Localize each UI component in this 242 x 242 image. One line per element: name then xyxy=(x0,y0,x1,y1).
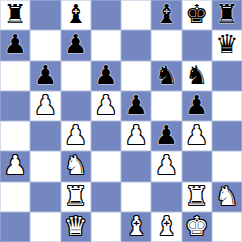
square-d6[interactable]: ♟ xyxy=(91,61,121,91)
square-b6[interactable]: ♟ xyxy=(30,61,60,91)
square-h2[interactable]: ♞ xyxy=(212,182,242,212)
black-bishop-icon: ♝ xyxy=(64,1,87,27)
square-h7[interactable]: ♛ xyxy=(212,30,242,60)
square-e1[interactable]: ♝ xyxy=(121,212,151,242)
square-a7[interactable]: ♟ xyxy=(0,30,30,60)
black-pawn-icon: ♟ xyxy=(34,62,57,88)
square-g4[interactable]: ♟ xyxy=(182,121,212,151)
square-e2[interactable] xyxy=(121,182,151,212)
square-f5[interactable] xyxy=(151,91,181,121)
square-f1[interactable]: ♝ xyxy=(151,212,181,242)
white-pawn-icon: ♟ xyxy=(34,92,57,118)
square-a4[interactable] xyxy=(0,121,30,151)
square-h3[interactable] xyxy=(212,151,242,181)
square-d8[interactable] xyxy=(91,0,121,30)
square-c1[interactable]: ♛ xyxy=(61,212,91,242)
black-rook-icon: ♜ xyxy=(215,1,238,27)
square-e6[interactable] xyxy=(121,61,151,91)
square-b1[interactable] xyxy=(30,212,60,242)
white-rook-icon: ♜ xyxy=(185,183,208,209)
white-rook-icon: ♜ xyxy=(64,183,87,209)
square-c8[interactable]: ♝ xyxy=(61,0,91,30)
black-knight-icon: ♞ xyxy=(155,62,178,88)
square-g5[interactable]: ♟ xyxy=(182,91,212,121)
black-pawn-icon: ♟ xyxy=(185,92,208,118)
black-queen-icon: ♛ xyxy=(215,31,238,57)
square-h6[interactable] xyxy=(212,61,242,91)
square-f3[interactable]: ♟ xyxy=(151,151,181,181)
square-e5[interactable]: ♟ xyxy=(121,91,151,121)
square-c2[interactable]: ♜ xyxy=(61,182,91,212)
square-g2[interactable]: ♜ xyxy=(182,182,212,212)
square-e3[interactable] xyxy=(121,151,151,181)
square-d4[interactable] xyxy=(91,121,121,151)
square-b5[interactable]: ♟ xyxy=(30,91,60,121)
square-g1[interactable]: ♚ xyxy=(182,212,212,242)
square-b4[interactable] xyxy=(30,121,60,151)
black-bishop-icon: ♝ xyxy=(155,1,178,27)
square-f2[interactable] xyxy=(151,182,181,212)
square-a3[interactable]: ♟ xyxy=(0,151,30,181)
square-f6[interactable]: ♞ xyxy=(151,61,181,91)
black-pawn-icon: ♟ xyxy=(64,31,87,57)
chess-board: ♜♝♝♚♜♟♟♛♟♟♞♞♟♟♟♟♟♟♟♟♟♞♟♜♜♞♛♝♝♚ xyxy=(0,0,242,242)
black-knight-icon: ♞ xyxy=(185,62,208,88)
square-e7[interactable] xyxy=(121,30,151,60)
square-a1[interactable] xyxy=(0,212,30,242)
black-king-icon: ♚ xyxy=(185,1,208,27)
square-d5[interactable]: ♟ xyxy=(91,91,121,121)
white-queen-icon: ♛ xyxy=(64,213,87,239)
square-a8[interactable]: ♜ xyxy=(0,0,30,30)
square-g7[interactable] xyxy=(182,30,212,60)
white-knight-icon: ♞ xyxy=(215,183,238,209)
square-e4[interactable]: ♟ xyxy=(121,121,151,151)
white-pawn-icon: ♟ xyxy=(185,122,208,148)
square-e8[interactable] xyxy=(121,0,151,30)
white-pawn-icon: ♟ xyxy=(3,152,26,178)
square-a6[interactable] xyxy=(0,61,30,91)
black-pawn-icon: ♟ xyxy=(94,62,117,88)
square-g6[interactable]: ♞ xyxy=(182,61,212,91)
square-h5[interactable] xyxy=(212,91,242,121)
black-rook-icon: ♜ xyxy=(3,1,26,27)
square-b8[interactable] xyxy=(30,0,60,30)
square-b3[interactable] xyxy=(30,151,60,181)
square-c3[interactable]: ♞ xyxy=(61,151,91,181)
square-h4[interactable] xyxy=(212,121,242,151)
black-pawn-icon: ♟ xyxy=(155,122,178,148)
square-a2[interactable] xyxy=(0,182,30,212)
square-g3[interactable] xyxy=(182,151,212,181)
black-pawn-icon: ♟ xyxy=(124,92,147,118)
square-c4[interactable]: ♟ xyxy=(61,121,91,151)
square-h8[interactable]: ♜ xyxy=(212,0,242,30)
black-pawn-icon: ♟ xyxy=(3,31,26,57)
square-d3[interactable] xyxy=(91,151,121,181)
square-d7[interactable] xyxy=(91,30,121,60)
white-pawn-icon: ♟ xyxy=(94,92,117,118)
white-king-icon: ♚ xyxy=(185,213,208,239)
square-a5[interactable] xyxy=(0,91,30,121)
square-d1[interactable] xyxy=(91,212,121,242)
white-pawn-icon: ♟ xyxy=(64,122,87,148)
square-c7[interactable]: ♟ xyxy=(61,30,91,60)
white-bishop-icon: ♝ xyxy=(155,213,178,239)
square-h1[interactable] xyxy=(212,212,242,242)
square-c5[interactable] xyxy=(61,91,91,121)
white-bishop-icon: ♝ xyxy=(124,213,147,239)
square-d2[interactable] xyxy=(91,182,121,212)
square-c6[interactable] xyxy=(61,61,91,91)
square-f7[interactable] xyxy=(151,30,181,60)
white-pawn-icon: ♟ xyxy=(124,122,147,148)
white-pawn-icon: ♟ xyxy=(155,152,178,178)
square-f8[interactable]: ♝ xyxy=(151,0,181,30)
white-knight-icon: ♞ xyxy=(64,152,87,178)
square-b2[interactable] xyxy=(30,182,60,212)
square-b7[interactable] xyxy=(30,30,60,60)
square-f4[interactable]: ♟ xyxy=(151,121,181,151)
square-g8[interactable]: ♚ xyxy=(182,0,212,30)
